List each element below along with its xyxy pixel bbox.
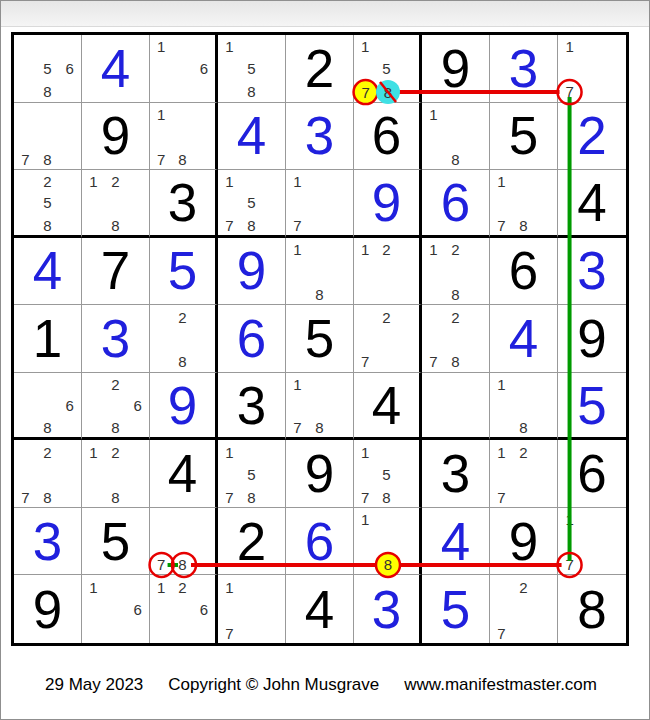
cell-r3c4[interactable]: 1578 xyxy=(218,170,286,238)
candidate-mark: 1 xyxy=(89,174,97,189)
cell-r3c7[interactable]: 6 xyxy=(422,170,490,238)
cell-r4c7[interactable]: 128 xyxy=(422,238,490,306)
candidate-mark: 7 xyxy=(497,217,505,232)
candidate-mark: 5 xyxy=(43,195,51,210)
candidate-mark: 7 xyxy=(225,217,233,232)
cell-r2c4[interactable]: 4 xyxy=(218,103,286,171)
given-digit: 9 xyxy=(558,305,626,372)
cell-r4c4[interactable]: 9 xyxy=(218,238,286,306)
given-digit: 6 xyxy=(354,103,419,170)
candidate-mark: 7 xyxy=(293,420,301,435)
candidate-mark: 7 xyxy=(225,489,233,504)
given-digit: 9 xyxy=(82,103,149,170)
candidate-mark: 7 xyxy=(157,151,165,166)
sudoku-board: 5684161582157893177891784361852258128315… xyxy=(11,32,629,646)
solved-digit: 9 xyxy=(218,238,285,305)
given-digit: 5 xyxy=(82,508,149,575)
candidate-mark: 2 xyxy=(43,174,51,189)
given-digit: 5 xyxy=(286,305,353,372)
cell-r9c6[interactable]: 3 xyxy=(354,575,422,643)
footer-date: 29 May 2023 xyxy=(45,675,143,695)
cell-r9c5[interactable]: 4 xyxy=(286,575,354,643)
candidate-mark: 1 xyxy=(225,39,233,54)
cell-r8c9[interactable]: 17 xyxy=(558,508,626,576)
candidate-mark: 8 xyxy=(178,557,186,572)
given-digit: 6 xyxy=(490,238,557,305)
cell-r3c8[interactable]: 178 xyxy=(490,170,558,238)
candidate-mark: 8 xyxy=(247,217,255,232)
cell-r8c4[interactable]: 2 xyxy=(218,508,286,576)
candidate-mark: 8 xyxy=(519,420,527,435)
candidate-mark: 8 xyxy=(247,84,255,99)
solved-digit: 3 xyxy=(490,35,557,102)
footer-copyright: Copyright © John Musgrave xyxy=(168,675,379,695)
candidate-mark: 5 xyxy=(382,61,390,76)
candidate-mark: 1 xyxy=(157,106,165,121)
cell-r3c9[interactable]: 4 xyxy=(558,170,626,238)
cell-r6c4[interactable]: 3 xyxy=(218,373,286,441)
cell-r4c3[interactable]: 5 xyxy=(150,238,218,306)
candidate-mark: 7 xyxy=(157,557,165,572)
solved-digit: 5 xyxy=(150,238,215,305)
solved-digit: 4 xyxy=(490,305,557,372)
cell-r1c8[interactable]: 3 xyxy=(490,35,558,103)
cell-r9c4[interactable]: 17 xyxy=(218,575,286,643)
cell-r7c8[interactable]: 127 xyxy=(490,440,558,508)
given-digit: 4 xyxy=(354,373,419,438)
cell-r1c4[interactable]: 158 xyxy=(218,35,286,103)
cell-r9c3[interactable]: 126 xyxy=(150,575,218,643)
cell-r2c6[interactable]: 6 xyxy=(354,103,422,171)
cell-r5c4[interactable]: 6 xyxy=(218,305,286,373)
candidate-mark: 8 xyxy=(382,84,390,99)
cell-r3c2[interactable]: 128 xyxy=(82,170,150,238)
cell-r8c8[interactable]: 9 xyxy=(490,508,558,576)
candidate-mark: 8 xyxy=(382,489,390,504)
cell-r4c6[interactable]: 12 xyxy=(354,238,422,306)
candidate-mark: 7 xyxy=(361,354,369,369)
candidate-mark: 1 xyxy=(429,241,437,256)
cell-r7c4[interactable]: 1578 xyxy=(218,440,286,508)
cell-r1c7[interactable]: 9 xyxy=(422,35,490,103)
given-digit: 9 xyxy=(490,508,557,575)
candidate-mark: 7 xyxy=(225,625,233,640)
cell-r5c6[interactable]: 27 xyxy=(354,305,422,373)
candidate-mark: 1 xyxy=(293,241,301,256)
cell-r1c2[interactable]: 4 xyxy=(82,35,150,103)
candidate-mark: 7 xyxy=(429,354,437,369)
cell-r4c9[interactable]: 3 xyxy=(558,238,626,306)
candidate-mark: 1 xyxy=(361,39,369,54)
candidate-mark: 1 xyxy=(225,444,233,459)
candidate-mark: 8 xyxy=(247,489,255,504)
candidate-mark: 8 xyxy=(111,489,119,504)
cell-r5c8[interactable]: 4 xyxy=(490,305,558,373)
app-window: 5684161582157893177891784361852258128315… xyxy=(0,0,650,720)
candidate-mark: 8 xyxy=(315,420,323,435)
solved-digit: 4 xyxy=(82,35,149,102)
given-digit: 4 xyxy=(558,170,626,235)
candidate-mark: 2 xyxy=(43,444,51,459)
solved-digit: 5 xyxy=(422,575,489,643)
cell-r4c1[interactable]: 4 xyxy=(14,238,82,306)
cell-r8c3[interactable]: 78 xyxy=(150,508,218,576)
candidate-mark: 8 xyxy=(315,286,323,301)
cell-r1c9[interactable]: 17 xyxy=(558,35,626,103)
candidate-mark: 7 xyxy=(565,84,573,99)
candidate-mark: 2 xyxy=(382,241,390,256)
cell-r2c1[interactable]: 78 xyxy=(14,103,82,171)
cell-r7c9[interactable]: 6 xyxy=(558,440,626,508)
candidate-mark: 8 xyxy=(519,217,527,232)
solved-digit: 6 xyxy=(218,305,285,372)
cell-r3c5[interactable]: 17 xyxy=(286,170,354,238)
candidate-mark: 1 xyxy=(361,444,369,459)
candidate-mark: 8 xyxy=(451,354,459,369)
cell-r6c7[interactable] xyxy=(422,373,490,441)
candidate-mark: 8 xyxy=(43,217,51,232)
candidate-mark: 1 xyxy=(497,376,505,391)
cell-r7c5[interactable]: 9 xyxy=(286,440,354,508)
cell-r8c5[interactable]: 6 xyxy=(286,508,354,576)
cell-r3c3[interactable]: 3 xyxy=(150,170,218,238)
candidate-mark: 5 xyxy=(247,195,255,210)
candidate-mark: 7 xyxy=(21,151,29,166)
cell-r5c9[interactable]: 9 xyxy=(558,305,626,373)
solved-digit: 6 xyxy=(422,170,489,235)
candidate-mark: 7 xyxy=(497,625,505,640)
title-bar xyxy=(1,1,649,27)
candidate-mark: 5 xyxy=(247,61,255,76)
footer: 29 May 2023 Copyright © John Musgrave ww… xyxy=(45,675,597,695)
candidate-mark: 8 xyxy=(111,217,119,232)
candidate-mark: 1 xyxy=(497,444,505,459)
candidate-mark: 1 xyxy=(429,106,437,121)
candidate-mark: 8 xyxy=(178,151,186,166)
candidate-mark: 2 xyxy=(519,579,527,594)
candidate-mark: 1 xyxy=(89,579,97,594)
given-digit: 4 xyxy=(286,575,353,643)
cell-r4c2[interactable]: 7 xyxy=(82,238,150,306)
candidate-mark: 1 xyxy=(565,39,573,54)
cell-r2c3[interactable]: 178 xyxy=(150,103,218,171)
cell-r6c6[interactable]: 4 xyxy=(354,373,422,441)
sudoku-grid: 5684161582157893177891784361852258128315… xyxy=(14,35,626,643)
candidate-mark: 6 xyxy=(65,398,73,413)
candidate-mark: 2 xyxy=(519,444,527,459)
solved-digit: 3 xyxy=(558,238,626,305)
given-digit: 3 xyxy=(150,170,215,235)
given-digit: 5 xyxy=(490,103,557,170)
given-digit: 4 xyxy=(150,440,215,507)
candidate-mark: 1 xyxy=(225,579,233,594)
candidate-mark: 2 xyxy=(451,241,459,256)
cell-r5c2[interactable]: 3 xyxy=(82,305,150,373)
candidate-mark: 2 xyxy=(382,309,390,324)
cell-r9c7[interactable]: 5 xyxy=(422,575,490,643)
candidate-mark: 7 xyxy=(293,217,301,232)
candidate-mark: 2 xyxy=(178,579,186,594)
candidate-mark: 2 xyxy=(451,309,459,324)
cell-r3c6[interactable]: 9 xyxy=(354,170,422,238)
cell-r8c1[interactable]: 3 xyxy=(14,508,82,576)
candidate-mark: 2 xyxy=(178,309,186,324)
candidate-mark: 6 xyxy=(133,602,141,617)
candidate-mark: 7 xyxy=(361,84,369,99)
cell-r6c3[interactable]: 9 xyxy=(150,373,218,441)
given-digit: 9 xyxy=(422,35,489,102)
cell-r1c5[interactable]: 2 xyxy=(286,35,354,103)
candidate-mark: 2 xyxy=(111,174,119,189)
cell-r1c6[interactable]: 1578 xyxy=(354,35,422,103)
candidate-mark: 8 xyxy=(178,354,186,369)
solved-digit: 4 xyxy=(14,238,81,305)
solved-digit: 2 xyxy=(558,103,626,170)
cell-r4c5[interactable]: 18 xyxy=(286,238,354,306)
cell-r2c2[interactable]: 9 xyxy=(82,103,150,171)
candidate-mark: 1 xyxy=(497,174,505,189)
candidate-mark: 8 xyxy=(43,489,51,504)
candidate-mark: 1 xyxy=(565,512,573,527)
candidate-mark: 5 xyxy=(382,466,390,481)
cell-r2c5[interactable]: 3 xyxy=(286,103,354,171)
candidate-mark: 6 xyxy=(200,602,208,617)
cell-r2c7[interactable]: 18 xyxy=(422,103,490,171)
candidate-mark: 6 xyxy=(65,61,73,76)
candidate-mark: 8 xyxy=(43,420,51,435)
cell-r7c7[interactable]: 3 xyxy=(422,440,490,508)
candidate-mark: 7 xyxy=(565,557,573,572)
footer-site: www.manifestmaster.com xyxy=(404,675,597,695)
given-digit: 8 xyxy=(558,575,626,643)
cell-r7c1[interactable]: 278 xyxy=(14,440,82,508)
candidate-mark: 5 xyxy=(43,61,51,76)
cell-r6c2[interactable]: 268 xyxy=(82,373,150,441)
cell-r5c5[interactable]: 5 xyxy=(286,305,354,373)
cell-r7c2[interactable]: 128 xyxy=(82,440,150,508)
candidate-mark: 8 xyxy=(43,84,51,99)
candidate-mark: 6 xyxy=(200,61,208,76)
cell-r2c8[interactable]: 5 xyxy=(490,103,558,171)
given-digit: 1 xyxy=(14,305,81,372)
candidate-mark: 8 xyxy=(43,151,51,166)
cell-r4c8[interactable]: 6 xyxy=(490,238,558,306)
given-digit: 9 xyxy=(14,575,81,643)
cell-r5c1[interactable]: 1 xyxy=(14,305,82,373)
cell-r1c1[interactable]: 568 xyxy=(14,35,82,103)
candidate-mark: 1 xyxy=(157,39,165,54)
cell-r9c2[interactable]: 16 xyxy=(82,575,150,643)
candidate-mark: 1 xyxy=(293,376,301,391)
candidate-mark: 5 xyxy=(247,466,255,481)
candidate-mark: 1 xyxy=(157,579,165,594)
solved-digit: 9 xyxy=(150,373,215,438)
cell-r1c3[interactable]: 16 xyxy=(150,35,218,103)
cell-r9c9[interactable]: 8 xyxy=(558,575,626,643)
given-digit: 2 xyxy=(218,508,285,575)
candidate-mark: 2 xyxy=(111,444,119,459)
solved-digit: 4 xyxy=(218,103,285,170)
solved-digit: 6 xyxy=(286,508,353,575)
candidate-mark: 1 xyxy=(293,174,301,189)
candidate-mark: 1 xyxy=(89,444,97,459)
candidate-mark: 1 xyxy=(225,174,233,189)
cell-r7c6[interactable]: 1578 xyxy=(354,440,422,508)
candidate-mark: 8 xyxy=(382,557,390,572)
cell-r9c8[interactable]: 27 xyxy=(490,575,558,643)
cell-r7c3[interactable]: 4 xyxy=(150,440,218,508)
cell-r2c9[interactable]: 2 xyxy=(558,103,626,171)
cell-r8c6[interactable]: 18 xyxy=(354,508,422,576)
cell-r5c7[interactable]: 278 xyxy=(422,305,490,373)
solved-digit: 5 xyxy=(558,373,626,438)
solved-digit: 3 xyxy=(286,103,353,170)
cell-r9c1[interactable]: 9 xyxy=(14,575,82,643)
candidate-mark: 2 xyxy=(111,376,119,391)
solved-digit: 4 xyxy=(422,508,489,575)
candidate-mark: 7 xyxy=(21,489,29,504)
candidate-mark: 1 xyxy=(361,512,369,527)
candidate-mark: 7 xyxy=(497,489,505,504)
cell-r5c3[interactable]: 28 xyxy=(150,305,218,373)
cell-r6c1[interactable]: 68 xyxy=(14,373,82,441)
cell-r6c8[interactable]: 18 xyxy=(490,373,558,441)
cell-r6c5[interactable]: 178 xyxy=(286,373,354,441)
candidate-mark: 8 xyxy=(451,151,459,166)
candidate-mark: 7 xyxy=(361,489,369,504)
solved-digit: 3 xyxy=(82,305,149,372)
cell-r8c7[interactable]: 4 xyxy=(422,508,490,576)
candidate-mark: 1 xyxy=(361,241,369,256)
solved-digit: 3 xyxy=(14,508,81,575)
cell-r6c9[interactable]: 5 xyxy=(558,373,626,441)
candidate-mark: 8 xyxy=(111,420,119,435)
candidate-mark: 8 xyxy=(451,286,459,301)
given-digit: 2 xyxy=(286,35,353,102)
cell-r3c1[interactable]: 258 xyxy=(14,170,82,238)
given-digit: 6 xyxy=(558,440,626,507)
solved-digit: 9 xyxy=(354,170,419,235)
given-digit: 3 xyxy=(218,373,285,438)
given-digit: 9 xyxy=(286,440,353,507)
cell-r8c2[interactable]: 5 xyxy=(82,508,150,576)
solved-digit: 3 xyxy=(354,575,419,643)
given-digit: 7 xyxy=(82,238,149,305)
candidate-mark: 6 xyxy=(133,398,141,413)
given-digit: 3 xyxy=(422,440,489,507)
